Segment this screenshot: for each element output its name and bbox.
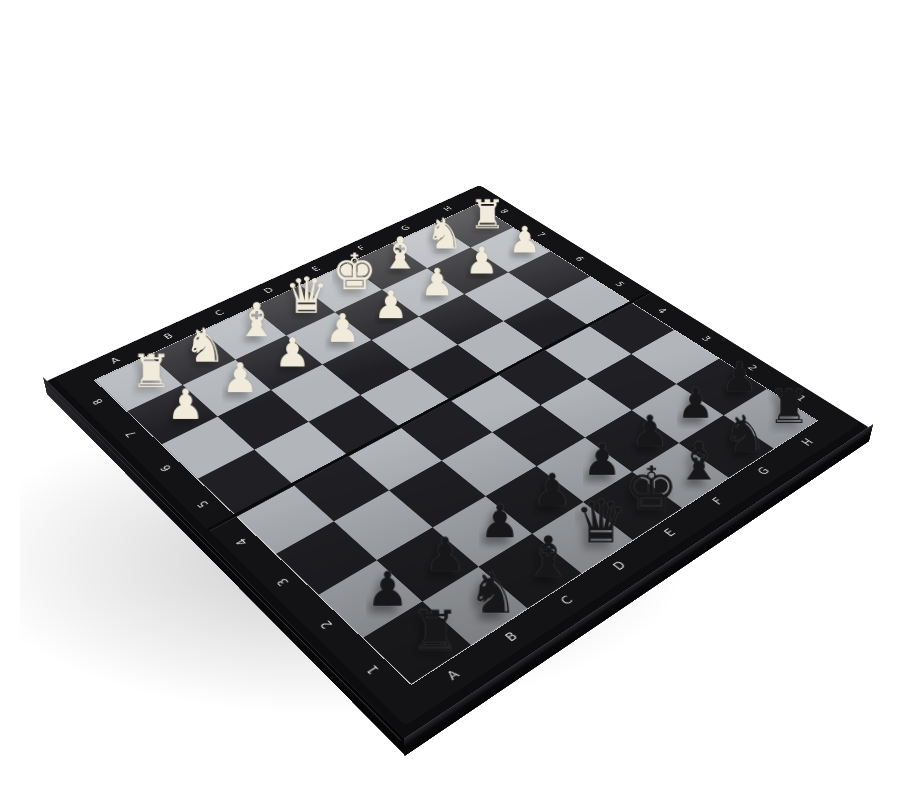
rank-label-right-4: 4 [656,307,669,315]
file-label-top-h: H [442,205,454,212]
file-label-bottom-h: H [800,437,816,447]
rank-label-left-3: 3 [275,576,291,587]
file-label-bottom-f: F [710,496,725,506]
square-d4 [400,400,492,461]
rank-label-left-1: 1 [364,663,381,676]
file-label-bottom-c: C [558,594,575,607]
file-label-top-b: B [162,332,175,340]
rank-label-left-7: 7 [124,429,139,438]
file-label-top-d: D [262,286,275,294]
file-label-bottom-e: E [662,527,677,538]
rank-label-right-1: 1 [794,394,808,403]
file-label-bottom-a: A [445,668,462,682]
white-pawn-h7: ♟ [508,222,541,258]
rank-label-right-2: 2 [746,364,759,372]
file-label-top-g: G [399,224,412,231]
file-label-top-e: E [310,265,322,272]
file-label-bottom-g: G [755,466,771,477]
rank-label-right-7: 7 [535,231,547,238]
black-rook-h1: ♜ [768,383,810,430]
square-c5 [308,395,400,455]
file-label-top-f: F [356,245,367,252]
file-label-top-c: C [213,309,226,317]
file-label-bottom-d: D [611,560,628,572]
rank-label-right-5: 5 [613,281,626,288]
white-pawn-a7: ♟ [167,384,205,426]
rank-label-left-8: 8 [91,397,105,406]
rank-label-right-3: 3 [700,335,713,343]
file-label-top-a: A [109,356,122,365]
rank-label-left-4: 4 [234,537,250,548]
file-label-bottom-b: B [503,630,520,643]
scene: ♜♞♝♛♚♝♞♜♟♟♟♟♟♟♟♟♟♟♟♟♟♟♟♟♜♞♝♛♚♝♞♜ AABBCCD… [0,0,900,804]
white-rook-h8: ♜ [469,194,505,234]
rank-label-left-5: 5 [195,499,211,509]
rank-label-right-6: 6 [573,255,585,262]
rank-label-left-2: 2 [318,618,335,630]
rank-label-right-8: 8 [498,208,510,214]
rank-label-left-6: 6 [159,463,174,473]
black-pawn-e2: ♟ [583,439,622,483]
